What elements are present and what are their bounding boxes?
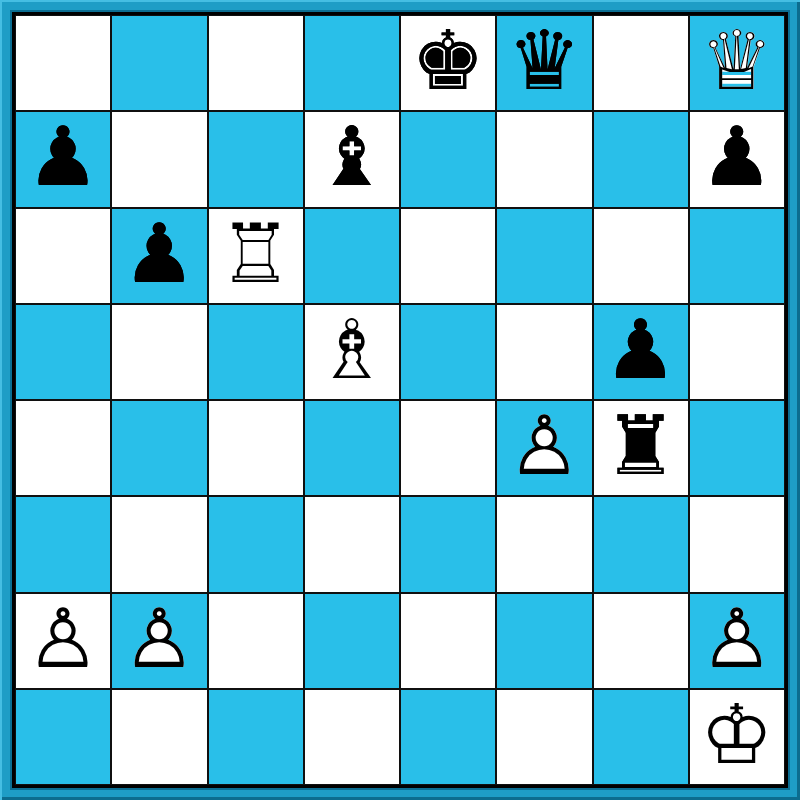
square-h4[interactable]	[689, 400, 785, 496]
white-bishop-d5: ♝♗	[305, 305, 399, 399]
board-frame: ♚♚♛♛♛♕♟♟♝♝♟♟♟♟♜♖♝♗♟♟♟♙♜♜♟♙♟♙♟♙♚♔	[0, 0, 800, 800]
square-d8[interactable]	[304, 15, 400, 111]
square-g2[interactable]	[593, 593, 689, 689]
square-c6[interactable]: ♜♖	[208, 208, 304, 304]
queen-glyph-outline: ♛	[497, 20, 591, 102]
square-h5[interactable]	[689, 304, 785, 400]
white-rook-c6: ♜♖	[209, 209, 303, 303]
square-a1[interactable]	[15, 689, 111, 785]
square-b4[interactable]	[111, 400, 207, 496]
square-b8[interactable]	[111, 15, 207, 111]
square-d3[interactable]	[304, 496, 400, 592]
black-bishop-d7: ♝♝	[305, 112, 399, 206]
rook-glyph-outline: ♖	[209, 212, 303, 294]
white-pawn-f4: ♟♙	[497, 401, 591, 495]
square-a7[interactable]: ♟♟	[15, 111, 111, 207]
square-f1[interactable]	[496, 689, 592, 785]
white-pawn-b2: ♟♙	[112, 594, 206, 688]
square-h6[interactable]	[689, 208, 785, 304]
square-f6[interactable]	[496, 208, 592, 304]
board-inner-edge: ♚♚♛♛♛♕♟♟♝♝♟♟♟♟♜♖♝♗♟♟♟♙♜♜♟♙♟♙♟♙♚♔	[10, 10, 790, 790]
square-d2[interactable]	[304, 593, 400, 689]
square-e6[interactable]	[400, 208, 496, 304]
king-glyph-outline: ♔	[690, 693, 784, 775]
white-king-h1: ♚♔	[690, 690, 784, 784]
square-d4[interactable]	[304, 400, 400, 496]
square-a3[interactable]	[15, 496, 111, 592]
black-pawn-b6: ♟♟	[112, 209, 206, 303]
square-g6[interactable]	[593, 208, 689, 304]
square-b7[interactable]	[111, 111, 207, 207]
pawn-glyph-outline: ♙	[497, 405, 591, 487]
pawn-glyph-outline: ♟	[16, 116, 110, 198]
square-d5[interactable]: ♝♗	[304, 304, 400, 400]
square-h3[interactable]	[689, 496, 785, 592]
square-e8[interactable]: ♚♚	[400, 15, 496, 111]
square-f7[interactable]	[496, 111, 592, 207]
pawn-glyph-outline: ♟	[112, 212, 206, 294]
square-e3[interactable]	[400, 496, 496, 592]
white-pawn-h2: ♟♙	[690, 594, 784, 688]
square-f2[interactable]	[496, 593, 592, 689]
white-pawn-a2: ♟♙	[16, 594, 110, 688]
square-f5[interactable]	[496, 304, 592, 400]
black-queen-f8: ♛♛	[497, 16, 591, 110]
square-e7[interactable]	[400, 111, 496, 207]
black-king-e8: ♚♚	[401, 16, 495, 110]
king-glyph-outline: ♚	[401, 20, 495, 102]
square-h1[interactable]: ♚♔	[689, 689, 785, 785]
square-g3[interactable]	[593, 496, 689, 592]
black-rook-g4: ♜♜	[594, 401, 688, 495]
chess-board: ♚♚♛♛♛♕♟♟♝♝♟♟♟♟♜♖♝♗♟♟♟♙♜♜♟♙♟♙♟♙♚♔	[12, 12, 788, 788]
square-f4[interactable]: ♟♙	[496, 400, 592, 496]
square-a8[interactable]	[15, 15, 111, 111]
square-f8[interactable]: ♛♛	[496, 15, 592, 111]
square-c2[interactable]	[208, 593, 304, 689]
square-f3[interactable]	[496, 496, 592, 592]
square-a4[interactable]	[15, 400, 111, 496]
square-g1[interactable]	[593, 689, 689, 785]
square-d7[interactable]: ♝♝	[304, 111, 400, 207]
square-a6[interactable]	[15, 208, 111, 304]
pawn-glyph-outline: ♙	[112, 597, 206, 679]
square-e1[interactable]	[400, 689, 496, 785]
square-c3[interactable]	[208, 496, 304, 592]
square-h7[interactable]: ♟♟	[689, 111, 785, 207]
square-d6[interactable]	[304, 208, 400, 304]
square-b3[interactable]	[111, 496, 207, 592]
square-c5[interactable]	[208, 304, 304, 400]
square-a5[interactable]	[15, 304, 111, 400]
pawn-glyph-outline: ♙	[16, 597, 110, 679]
square-a2[interactable]: ♟♙	[15, 593, 111, 689]
black-pawn-g5: ♟♟	[594, 305, 688, 399]
white-queen-h8: ♛♕	[690, 16, 784, 110]
black-pawn-a7: ♟♟	[16, 112, 110, 206]
square-g4[interactable]: ♜♜	[593, 400, 689, 496]
square-g7[interactable]	[593, 111, 689, 207]
pawn-glyph-outline: ♟	[690, 116, 784, 198]
square-e5[interactable]	[400, 304, 496, 400]
square-d1[interactable]	[304, 689, 400, 785]
black-pawn-h7: ♟♟	[690, 112, 784, 206]
square-h2[interactable]: ♟♙	[689, 593, 785, 689]
square-e2[interactable]	[400, 593, 496, 689]
square-b6[interactable]: ♟♟	[111, 208, 207, 304]
bishop-glyph-outline: ♗	[305, 308, 399, 390]
square-c4[interactable]	[208, 400, 304, 496]
square-b1[interactable]	[111, 689, 207, 785]
square-c1[interactable]	[208, 689, 304, 785]
bishop-glyph-outline: ♝	[305, 116, 399, 198]
square-b2[interactable]: ♟♙	[111, 593, 207, 689]
pawn-glyph-outline: ♟	[594, 308, 688, 390]
square-b5[interactable]	[111, 304, 207, 400]
square-c7[interactable]	[208, 111, 304, 207]
square-g5[interactable]: ♟♟	[593, 304, 689, 400]
queen-glyph-outline: ♕	[690, 20, 784, 102]
rook-glyph-outline: ♜	[594, 405, 688, 487]
square-e4[interactable]	[400, 400, 496, 496]
square-h8[interactable]: ♛♕	[689, 15, 785, 111]
pawn-glyph-outline: ♙	[690, 597, 784, 679]
square-c8[interactable]	[208, 15, 304, 111]
square-g8[interactable]	[593, 15, 689, 111]
